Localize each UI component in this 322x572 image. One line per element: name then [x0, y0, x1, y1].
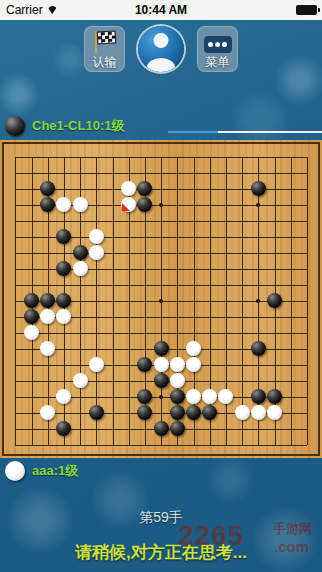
white-stone — [186, 341, 201, 356]
black-stone — [89, 405, 104, 420]
person-icon — [154, 33, 169, 48]
move-number-label: 第59手 — [0, 509, 322, 527]
black-stone — [170, 421, 185, 436]
timer-remaining-segment — [218, 131, 322, 133]
star-point — [256, 299, 260, 303]
wifi-icon — [47, 6, 58, 14]
white-stone — [73, 373, 88, 388]
white-stone — [186, 357, 201, 372]
white-stone — [235, 405, 250, 420]
black-stone — [186, 405, 201, 420]
battery-icon — [296, 5, 317, 15]
white-stone — [73, 197, 88, 212]
waiting-message: 请稍候,对方正在思考... — [0, 541, 322, 564]
white-stone-icon — [5, 461, 25, 481]
player-top-name: Che1-CL10:1级 — [32, 117, 124, 135]
white-stone — [89, 229, 104, 244]
white-stone — [154, 357, 169, 372]
star-point — [159, 203, 163, 207]
black-stone — [154, 341, 169, 356]
white-stone — [89, 245, 104, 260]
resign-button[interactable]: 认输 — [84, 26, 125, 72]
white-stone — [251, 405, 266, 420]
black-stone — [24, 293, 39, 308]
player-bottom-name: aaa:1级 — [32, 462, 78, 480]
status-bar: Carrier 10:44 AM — [0, 0, 322, 20]
three-dots-icon — [204, 36, 232, 53]
timer-elapsed-segment — [168, 131, 218, 133]
black-stone — [24, 309, 39, 324]
carrier-label: Carrier — [6, 3, 43, 17]
avatar-button[interactable] — [138, 26, 184, 72]
white-stone — [170, 357, 185, 372]
menu-button[interactable]: 菜单 — [197, 26, 238, 72]
black-stone-icon — [5, 116, 25, 136]
black-stone — [251, 181, 266, 196]
white-stone — [89, 357, 104, 372]
app-screen: Carrier 10:44 AM 认输 菜单 Che1-CL10:1级 — [0, 0, 322, 572]
black-stone — [170, 405, 185, 420]
star-point — [159, 299, 163, 303]
star-point — [256, 203, 260, 207]
menu-button-label: 菜单 — [206, 55, 230, 69]
resign-button-label: 认输 — [93, 55, 117, 69]
star-point — [159, 395, 163, 399]
black-stone — [73, 245, 88, 260]
checkered-flag-icon — [93, 30, 117, 54]
white-stone — [24, 325, 39, 340]
last-move-marker — [122, 203, 130, 211]
black-stone — [170, 389, 185, 404]
black-stone — [154, 373, 169, 388]
player-bottom-bar: aaa:1级 — [0, 459, 322, 483]
black-stone — [251, 389, 266, 404]
white-stone — [73, 261, 88, 276]
black-stone — [154, 421, 169, 436]
white-stone — [186, 389, 201, 404]
timer-bar — [168, 131, 322, 133]
black-stone — [267, 293, 282, 308]
toolbar: 认输 菜单 — [0, 26, 322, 72]
go-board[interactable] — [0, 140, 322, 458]
player-top-bar: Che1-CL10:1级 — [0, 114, 322, 138]
black-stone — [267, 389, 282, 404]
clock-label: 10:44 AM — [100, 3, 222, 17]
white-stone — [170, 373, 185, 388]
black-stone — [251, 341, 266, 356]
white-stone — [267, 405, 282, 420]
